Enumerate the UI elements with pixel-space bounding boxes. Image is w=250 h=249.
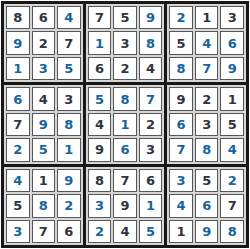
box-8: 876391245 — [86, 167, 165, 245]
cell-r1c9[interactable]: 3 — [220, 6, 244, 29]
cell-r8c3[interactable]: 2 — [57, 194, 81, 217]
cell-r7c7[interactable]: 3 — [169, 169, 193, 192]
cell-r6c3[interactable]: 1 — [57, 138, 81, 161]
cell-r5c9[interactable]: 5 — [220, 113, 244, 136]
cell-r1c6[interactable]: 9 — [139, 6, 163, 29]
cell-r6c7[interactable]: 7 — [169, 138, 193, 161]
cell-r9c4[interactable]: 2 — [88, 220, 112, 243]
cell-r5c5[interactable]: 1 — [113, 113, 137, 136]
cell-r6c5[interactable]: 6 — [113, 138, 137, 161]
cell-r1c5[interactable]: 5 — [113, 6, 137, 29]
cell-r9c5[interactable]: 4 — [113, 220, 137, 243]
cell-r3c6[interactable]: 4 — [139, 57, 163, 80]
cell-r8c7[interactable]: 4 — [169, 194, 193, 217]
cell-r7c4[interactable]: 8 — [88, 169, 112, 192]
box-6: 921635784 — [167, 85, 246, 163]
cell-r8c1[interactable]: 5 — [6, 194, 30, 217]
box-7: 419582376 — [4, 167, 83, 245]
cell-r1c2[interactable]: 6 — [32, 6, 56, 29]
cell-r1c1[interactable]: 8 — [6, 6, 30, 29]
cell-r7c2[interactable]: 1 — [32, 169, 56, 192]
box-3: 213546879 — [167, 4, 246, 82]
cell-r6c6[interactable]: 3 — [139, 138, 163, 161]
cell-r4c3[interactable]: 3 — [57, 87, 81, 110]
cell-r2c7[interactable]: 5 — [169, 31, 193, 54]
cell-r8c9[interactable]: 7 — [220, 194, 244, 217]
cell-r3c8[interactable]: 7 — [195, 57, 219, 80]
box-4: 643798251 — [4, 85, 83, 163]
cell-r5c8[interactable]: 3 — [195, 113, 219, 136]
cell-r8c8[interactable]: 6 — [195, 194, 219, 217]
cell-r7c6[interactable]: 6 — [139, 169, 163, 192]
cell-r1c4[interactable]: 7 — [88, 6, 112, 29]
cell-r9c9[interactable]: 8 — [220, 220, 244, 243]
cell-r3c5[interactable]: 2 — [113, 57, 137, 80]
cell-r6c9[interactable]: 4 — [220, 138, 244, 161]
cell-r2c4[interactable]: 1 — [88, 31, 112, 54]
cell-r5c3[interactable]: 8 — [57, 113, 81, 136]
cell-r4c4[interactable]: 5 — [88, 87, 112, 110]
cell-r4c9[interactable]: 1 — [220, 87, 244, 110]
cell-r7c1[interactable]: 4 — [6, 169, 30, 192]
sudoku-app: 8649271357591386242135468796437982515874… — [0, 0, 250, 249]
box-9: 352467198 — [167, 167, 246, 245]
cell-r4c2[interactable]: 4 — [32, 87, 56, 110]
cell-r3c2[interactable]: 3 — [32, 57, 56, 80]
cell-r6c4[interactable]: 9 — [88, 138, 112, 161]
cell-r5c4[interactable]: 4 — [88, 113, 112, 136]
cell-r2c5[interactable]: 3 — [113, 31, 137, 54]
cell-r2c2[interactable]: 2 — [32, 31, 56, 54]
cell-r6c1[interactable]: 2 — [6, 138, 30, 161]
cell-r2c3[interactable]: 7 — [57, 31, 81, 54]
cell-r3c3[interactable]: 5 — [57, 57, 81, 80]
cell-r4c6[interactable]: 7 — [139, 87, 163, 110]
cell-r1c3[interactable]: 4 — [57, 6, 81, 29]
cell-r6c2[interactable]: 5 — [32, 138, 56, 161]
cell-r8c4[interactable]: 3 — [88, 194, 112, 217]
cell-r4c7[interactable]: 9 — [169, 87, 193, 110]
cell-r3c4[interactable]: 6 — [88, 57, 112, 80]
cell-r5c2[interactable]: 9 — [32, 113, 56, 136]
cell-r3c9[interactable]: 9 — [220, 57, 244, 80]
cell-r7c5[interactable]: 7 — [113, 169, 137, 192]
cell-r9c3[interactable]: 6 — [57, 220, 81, 243]
cell-r9c6[interactable]: 5 — [139, 220, 163, 243]
cell-r4c5[interactable]: 8 — [113, 87, 137, 110]
cell-r2c6[interactable]: 8 — [139, 31, 163, 54]
cell-r1c7[interactable]: 2 — [169, 6, 193, 29]
cell-r7c3[interactable]: 9 — [57, 169, 81, 192]
cell-r7c8[interactable]: 5 — [195, 169, 219, 192]
cell-r8c5[interactable]: 9 — [113, 194, 137, 217]
cell-r3c7[interactable]: 8 — [169, 57, 193, 80]
cell-r9c8[interactable]: 9 — [195, 220, 219, 243]
cell-r3c1[interactable]: 1 — [6, 57, 30, 80]
cell-r2c1[interactable]: 9 — [6, 31, 30, 54]
cell-r5c6[interactable]: 2 — [139, 113, 163, 136]
cell-r9c1[interactable]: 3 — [6, 220, 30, 243]
cell-r2c8[interactable]: 4 — [195, 31, 219, 54]
cell-r7c9[interactable]: 2 — [220, 169, 244, 192]
sudoku-board: 8649271357591386242135468796437982515874… — [1, 1, 249, 248]
cell-r4c1[interactable]: 6 — [6, 87, 30, 110]
cell-r8c6[interactable]: 1 — [139, 194, 163, 217]
box-1: 864927135 — [4, 4, 83, 82]
cell-r5c1[interactable]: 7 — [6, 113, 30, 136]
box-2: 759138624 — [86, 4, 165, 82]
box-5: 587412963 — [86, 85, 165, 163]
cell-r1c8[interactable]: 1 — [195, 6, 219, 29]
cell-r5c7[interactable]: 6 — [169, 113, 193, 136]
cell-r4c8[interactable]: 2 — [195, 87, 219, 110]
cell-r9c7[interactable]: 1 — [169, 220, 193, 243]
cell-r9c2[interactable]: 7 — [32, 220, 56, 243]
cell-r2c9[interactable]: 6 — [220, 31, 244, 54]
cell-r8c2[interactable]: 8 — [32, 194, 56, 217]
cell-r6c8[interactable]: 8 — [195, 138, 219, 161]
